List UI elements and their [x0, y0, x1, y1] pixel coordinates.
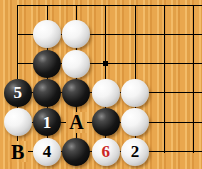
point-label-A[interactable]: A [66, 112, 87, 133]
move-number: 1 [43, 114, 52, 131]
move-number: 2 [131, 143, 140, 160]
black-stone: 5 [4, 79, 32, 107]
white-stone [92, 79, 120, 107]
white-stone [62, 20, 90, 48]
white-stone [62, 50, 90, 78]
white-stone [121, 79, 149, 107]
grid-line-horizontal [17, 5, 202, 6]
grid-line-vertical [193, 5, 194, 153]
black-stone: 1 [33, 108, 61, 136]
point-letter: A [69, 112, 83, 132]
move-number: 6 [101, 143, 110, 160]
white-stone [121, 108, 149, 136]
white-stone [33, 20, 61, 48]
black-stone [62, 79, 90, 107]
star-point [103, 61, 108, 66]
move-number: 4 [43, 143, 52, 160]
move-number: 5 [13, 84, 22, 101]
grid-line-vertical [164, 5, 165, 153]
white-stone: 2 [121, 138, 149, 166]
black-stone [33, 79, 61, 107]
point-letter: B [11, 142, 24, 162]
white-stone: 6 [92, 138, 120, 166]
black-stone [92, 108, 120, 136]
black-stone [33, 50, 61, 78]
white-stone [4, 108, 32, 136]
black-stone [62, 138, 90, 166]
go-board[interactable]: AB51462 [0, 0, 202, 169]
point-label-B[interactable]: B [7, 141, 28, 162]
white-stone: 4 [33, 138, 61, 166]
